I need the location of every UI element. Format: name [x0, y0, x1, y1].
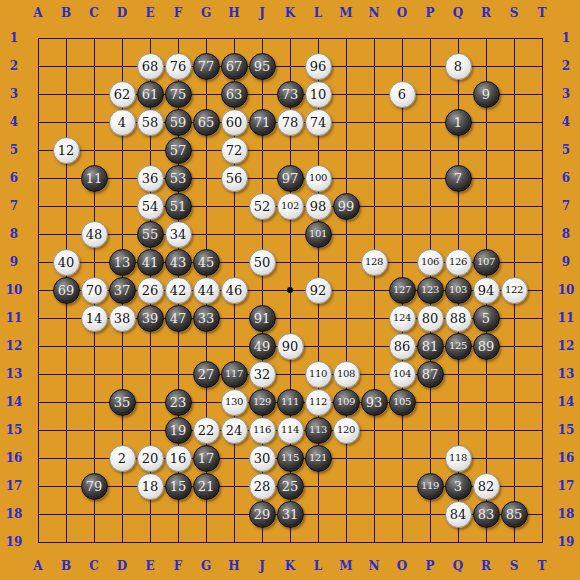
coord-bottom-R: R: [476, 559, 496, 573]
move-number: 73: [282, 88, 299, 101]
stone-black-K18: 31: [277, 501, 304, 528]
coord-left-3: 3: [4, 87, 24, 101]
stone-black-J18: 29: [249, 501, 276, 528]
stone-white-J7: 52: [249, 193, 276, 220]
move-number: 93: [366, 396, 383, 409]
move-number: 84: [450, 508, 467, 521]
move-number: 103: [449, 285, 467, 295]
move-number: 105: [393, 397, 411, 407]
coord-left-5: 5: [4, 143, 24, 157]
stone-white-L6: 100: [305, 165, 332, 192]
coord-bottom-B: B: [56, 559, 76, 573]
star-point-K10: [287, 287, 293, 293]
stone-white-H15: 24: [221, 417, 248, 444]
stone-white-H10: 46: [221, 277, 248, 304]
move-number: 1: [454, 116, 462, 129]
move-number: 124: [393, 313, 411, 323]
stone-black-G16: 17: [193, 445, 220, 472]
stone-white-L13: 110: [305, 361, 332, 388]
stone-white-F16: 16: [165, 445, 192, 472]
move-number: 6: [398, 88, 406, 101]
stone-black-O10: 127: [389, 277, 416, 304]
move-number: 35: [114, 396, 131, 409]
coord-top-C: C: [84, 6, 104, 20]
stone-white-L14: 112: [305, 389, 332, 416]
move-number: 27: [198, 368, 215, 381]
coord-bottom-S: S: [504, 559, 524, 573]
move-number: 60: [226, 116, 243, 129]
stone-black-F11: 47: [165, 305, 192, 332]
move-number: 61: [142, 88, 159, 101]
stone-black-F17: 15: [165, 473, 192, 500]
stone-white-J17: 28: [249, 473, 276, 500]
stone-black-G4: 65: [193, 109, 220, 136]
move-number: 8: [454, 60, 462, 73]
stone-white-K7: 102: [277, 193, 304, 220]
coord-bottom-Q: Q: [448, 559, 468, 573]
move-number: 130: [225, 397, 243, 407]
coord-left-8: 8: [4, 227, 24, 241]
stone-black-D14: 35: [109, 389, 136, 416]
move-number: 20: [142, 452, 159, 465]
move-number: 116: [253, 425, 271, 435]
stone-black-G13: 27: [193, 361, 220, 388]
move-number: 46: [226, 284, 243, 297]
move-number: 112: [309, 397, 327, 407]
stone-black-F5: 57: [165, 137, 192, 164]
stone-black-E11: 39: [137, 305, 164, 332]
stone-white-D16: 2: [109, 445, 136, 472]
move-number: 126: [449, 257, 467, 267]
move-number: 54: [142, 200, 159, 213]
move-number: 12: [58, 144, 75, 157]
coord-left-16: 16: [4, 451, 24, 465]
move-number: 94: [478, 284, 495, 297]
move-number: 40: [58, 256, 75, 269]
stone-white-Q2: 8: [445, 53, 472, 80]
stone-white-B5: 12: [53, 137, 80, 164]
coord-right-8: 8: [556, 227, 576, 241]
stone-black-P10: 123: [417, 277, 444, 304]
stone-black-F4: 59: [165, 109, 192, 136]
move-number: 59: [170, 116, 187, 129]
move-number: 7: [454, 172, 462, 185]
coord-top-K: K: [280, 6, 300, 20]
coord-left-7: 7: [4, 199, 24, 213]
stone-white-B9: 40: [53, 249, 80, 276]
move-number: 47: [170, 312, 187, 325]
stone-black-C17: 79: [81, 473, 108, 500]
move-number: 43: [170, 256, 187, 269]
stone-white-D4: 4: [109, 109, 136, 136]
move-number: 29: [254, 508, 271, 521]
stone-black-D10: 37: [109, 277, 136, 304]
move-number: 117: [225, 369, 243, 379]
stone-black-N14: 93: [361, 389, 388, 416]
move-number: 45: [198, 256, 215, 269]
move-number: 50: [254, 256, 271, 269]
stone-black-P13: 87: [417, 361, 444, 388]
coord-bottom-K: K: [280, 559, 300, 573]
stone-black-R11: 5: [473, 305, 500, 332]
stone-white-O3: 6: [389, 81, 416, 108]
move-number: 39: [142, 312, 159, 325]
stone-black-H3: 63: [221, 81, 248, 108]
move-number: 58: [142, 116, 159, 129]
coord-right-11: 11: [556, 311, 576, 325]
coord-bottom-P: P: [420, 559, 440, 573]
move-number: 41: [142, 256, 159, 269]
stone-white-L7: 98: [305, 193, 332, 220]
move-number: 21: [198, 480, 215, 493]
move-number: 121: [309, 453, 327, 463]
stone-black-K16: 115: [277, 445, 304, 472]
stone-white-M15: 120: [333, 417, 360, 444]
coord-bottom-O: O: [392, 559, 412, 573]
move-number: 81: [422, 340, 439, 353]
move-number: 63: [226, 88, 243, 101]
stone-black-L15: 113: [305, 417, 332, 444]
move-number: 92: [310, 284, 327, 297]
stone-black-G17: 21: [193, 473, 220, 500]
stone-black-F9: 43: [165, 249, 192, 276]
move-number: 71: [254, 116, 271, 129]
stone-white-E16: 20: [137, 445, 164, 472]
move-number: 107: [477, 257, 495, 267]
coord-right-15: 15: [556, 423, 576, 437]
move-number: 87: [422, 368, 439, 381]
coord-right-13: 13: [556, 367, 576, 381]
stone-black-E3: 61: [137, 81, 164, 108]
coord-left-2: 2: [4, 59, 24, 73]
move-number: 88: [450, 312, 467, 325]
coord-top-P: P: [420, 6, 440, 20]
move-number: 111: [281, 397, 299, 407]
stone-white-S10: 122: [501, 277, 528, 304]
move-number: 34: [170, 228, 187, 241]
stone-black-Q17: 3: [445, 473, 472, 500]
move-number: 106: [421, 257, 439, 267]
stone-black-F15: 19: [165, 417, 192, 444]
move-number: 4: [118, 116, 126, 129]
move-number: 101: [309, 229, 327, 239]
stone-black-D9: 13: [109, 249, 136, 276]
stone-white-F8: 34: [165, 221, 192, 248]
stone-white-J15: 116: [249, 417, 276, 444]
stone-white-Q16: 118: [445, 445, 472, 472]
move-number: 70: [86, 284, 103, 297]
move-number: 109: [337, 397, 355, 407]
stone-white-L4: 74: [305, 109, 332, 136]
coord-top-F: F: [168, 6, 188, 20]
stone-white-F10: 42: [165, 277, 192, 304]
stone-black-H2: 67: [221, 53, 248, 80]
coord-top-M: M: [336, 6, 356, 20]
stone-black-Q6: 7: [445, 165, 472, 192]
coord-right-10: 10: [556, 283, 576, 297]
stone-black-B10: 69: [53, 277, 80, 304]
coord-right-19: 19: [556, 535, 576, 549]
move-number: 69: [58, 284, 75, 297]
move-number: 85: [506, 508, 523, 521]
stone-black-F7: 51: [165, 193, 192, 220]
coord-right-4: 4: [556, 115, 576, 129]
stone-black-H13: 117: [221, 361, 248, 388]
move-number: 113: [309, 425, 327, 435]
stone-black-K17: 25: [277, 473, 304, 500]
coord-bottom-L: L: [308, 559, 328, 573]
move-number: 80: [422, 312, 439, 325]
coord-bottom-N: N: [364, 559, 384, 573]
move-number: 3: [454, 480, 462, 493]
stone-white-J9: 50: [249, 249, 276, 276]
stone-white-J16: 30: [249, 445, 276, 472]
move-number: 5: [482, 312, 490, 325]
coord-left-10: 10: [4, 283, 24, 297]
coord-top-H: H: [224, 6, 244, 20]
stone-black-F3: 75: [165, 81, 192, 108]
coord-left-18: 18: [4, 507, 24, 521]
stone-white-G10: 44: [193, 277, 220, 304]
move-number: 78: [282, 116, 299, 129]
stone-black-R18: 83: [473, 501, 500, 528]
move-number: 44: [198, 284, 215, 297]
move-number: 57: [170, 144, 187, 157]
stone-black-P17: 119: [417, 473, 444, 500]
coord-left-12: 12: [4, 339, 24, 353]
coord-top-L: L: [308, 6, 328, 20]
stone-white-H6: 56: [221, 165, 248, 192]
move-number: 83: [478, 508, 495, 521]
coord-right-7: 7: [556, 199, 576, 213]
move-number: 95: [254, 60, 271, 73]
move-number: 51: [170, 200, 187, 213]
move-number: 28: [254, 480, 271, 493]
stone-white-Q11: 88: [445, 305, 472, 332]
coord-bottom-H: H: [224, 559, 244, 573]
stone-black-R9: 107: [473, 249, 500, 276]
move-number: 75: [170, 88, 187, 101]
coord-right-16: 16: [556, 451, 576, 465]
move-number: 89: [478, 340, 495, 353]
move-number: 115: [281, 453, 299, 463]
move-number: 65: [198, 116, 215, 129]
coord-bottom-G: G: [196, 559, 216, 573]
move-number: 91: [254, 312, 271, 325]
move-number: 53: [170, 172, 187, 185]
move-number: 55: [142, 228, 159, 241]
move-number: 110: [309, 369, 327, 379]
stone-white-P9: 106: [417, 249, 444, 276]
move-number: 102: [281, 201, 299, 211]
stone-black-Q10: 103: [445, 277, 472, 304]
stone-white-H5: 72: [221, 137, 248, 164]
coord-top-N: N: [364, 6, 384, 20]
move-number: 127: [393, 285, 411, 295]
stone-white-C10: 70: [81, 277, 108, 304]
stone-black-O14: 105: [389, 389, 416, 416]
move-number: 33: [198, 312, 215, 325]
move-number: 10: [310, 88, 327, 101]
move-number: 13: [114, 256, 131, 269]
coord-bottom-C: C: [84, 559, 104, 573]
stone-white-E2: 68: [137, 53, 164, 80]
move-number: 2: [118, 452, 126, 465]
move-number: 104: [393, 369, 411, 379]
stone-white-D11: 38: [109, 305, 136, 332]
stone-white-F2: 76: [165, 53, 192, 80]
stone-black-E8: 55: [137, 221, 164, 248]
move-number: 120: [337, 425, 355, 435]
move-number: 129: [253, 397, 271, 407]
move-number: 31: [282, 508, 299, 521]
coord-left-11: 11: [4, 311, 24, 325]
stone-black-J11: 91: [249, 305, 276, 332]
stone-black-C6: 11: [81, 165, 108, 192]
stone-white-P11: 80: [417, 305, 444, 332]
stone-white-K4: 78: [277, 109, 304, 136]
move-number: 125: [449, 341, 467, 351]
move-number: 48: [86, 228, 103, 241]
move-number: 62: [114, 88, 131, 101]
move-number: 90: [282, 340, 299, 353]
move-number: 72: [226, 144, 243, 157]
move-number: 97: [282, 172, 299, 185]
stone-white-E7: 54: [137, 193, 164, 220]
stone-black-J2: 95: [249, 53, 276, 80]
stone-white-O11: 124: [389, 305, 416, 332]
coord-left-6: 6: [4, 171, 24, 185]
move-number: 86: [394, 340, 411, 353]
coord-bottom-D: D: [112, 559, 132, 573]
coord-bottom-E: E: [140, 559, 160, 573]
move-number: 36: [142, 172, 159, 185]
move-number: 22: [198, 424, 215, 437]
move-number: 25: [282, 480, 299, 493]
coord-right-3: 3: [556, 87, 576, 101]
coord-bottom-T: T: [532, 559, 552, 573]
move-number: 24: [226, 424, 243, 437]
move-number: 123: [421, 285, 439, 295]
coord-bottom-A: A: [28, 559, 48, 573]
coord-bottom-J: J: [252, 559, 272, 573]
coord-left-9: 9: [4, 255, 24, 269]
coord-right-17: 17: [556, 479, 576, 493]
move-number: 38: [114, 312, 131, 325]
stone-white-E17: 18: [137, 473, 164, 500]
stone-white-G15: 22: [193, 417, 220, 444]
stone-white-R10: 94: [473, 277, 500, 304]
stone-black-Q12: 125: [445, 333, 472, 360]
coord-left-17: 17: [4, 479, 24, 493]
stone-black-G11: 33: [193, 305, 220, 332]
move-number: 49: [254, 340, 271, 353]
move-number: 15: [170, 480, 187, 493]
stone-white-L2: 96: [305, 53, 332, 80]
stone-white-Q18: 84: [445, 501, 472, 528]
move-number: 76: [170, 60, 187, 73]
stone-black-F14: 23: [165, 389, 192, 416]
stone-black-M7: 99: [333, 193, 360, 220]
stone-black-E9: 41: [137, 249, 164, 276]
stone-white-H4: 60: [221, 109, 248, 136]
coord-top-T: T: [532, 6, 552, 20]
stone-black-J12: 49: [249, 333, 276, 360]
stone-white-C11: 14: [81, 305, 108, 332]
move-number: 9: [482, 88, 490, 101]
coord-right-1: 1: [556, 31, 576, 45]
move-number: 108: [337, 369, 355, 379]
stone-black-L8: 101: [305, 221, 332, 248]
stone-white-D3: 62: [109, 81, 136, 108]
stone-white-J13: 32: [249, 361, 276, 388]
stone-white-O13: 104: [389, 361, 416, 388]
coord-top-B: B: [56, 6, 76, 20]
coord-top-O: O: [392, 6, 412, 20]
coord-left-15: 15: [4, 423, 24, 437]
stone-white-N9: 128: [361, 249, 388, 276]
stone-black-L16: 121: [305, 445, 332, 472]
move-number: 79: [86, 480, 103, 493]
coord-right-2: 2: [556, 59, 576, 73]
coord-top-S: S: [504, 6, 524, 20]
coord-bottom-F: F: [168, 559, 188, 573]
coord-top-D: D: [112, 6, 132, 20]
stone-black-G2: 77: [193, 53, 220, 80]
move-number: 56: [226, 172, 243, 185]
stone-white-L3: 10: [305, 81, 332, 108]
stone-black-K3: 73: [277, 81, 304, 108]
stone-black-K6: 97: [277, 165, 304, 192]
coord-top-A: A: [28, 6, 48, 20]
stone-black-G9: 45: [193, 249, 220, 276]
move-number: 18: [142, 480, 159, 493]
stone-black-R3: 9: [473, 81, 500, 108]
move-number: 37: [114, 284, 131, 297]
stone-white-C8: 48: [81, 221, 108, 248]
stone-black-R12: 89: [473, 333, 500, 360]
move-number: 23: [170, 396, 187, 409]
move-number: 67: [226, 60, 243, 73]
coord-top-Q: Q: [448, 6, 468, 20]
move-number: 16: [170, 452, 187, 465]
coord-right-18: 18: [556, 507, 576, 521]
stone-black-F6: 53: [165, 165, 192, 192]
coord-right-14: 14: [556, 395, 576, 409]
stone-white-E10: 26: [137, 277, 164, 304]
stone-black-S18: 85: [501, 501, 528, 528]
stone-black-P12: 81: [417, 333, 444, 360]
move-number: 14: [86, 312, 103, 325]
move-number: 98: [310, 200, 327, 213]
move-number: 32: [254, 368, 271, 381]
coord-top-R: R: [476, 6, 496, 20]
coord-right-9: 9: [556, 255, 576, 269]
stone-white-E4: 58: [137, 109, 164, 136]
move-number: 52: [254, 200, 271, 213]
move-number: 19: [170, 424, 187, 437]
stone-black-M14: 109: [333, 389, 360, 416]
move-number: 100: [309, 173, 327, 183]
move-number: 11: [86, 172, 103, 185]
stone-black-K14: 111: [277, 389, 304, 416]
move-number: 114: [281, 425, 299, 435]
coord-left-4: 4: [4, 115, 24, 129]
move-number: 82: [478, 480, 495, 493]
stone-white-K15: 114: [277, 417, 304, 444]
stone-white-E6: 36: [137, 165, 164, 192]
stone-white-R17: 82: [473, 473, 500, 500]
